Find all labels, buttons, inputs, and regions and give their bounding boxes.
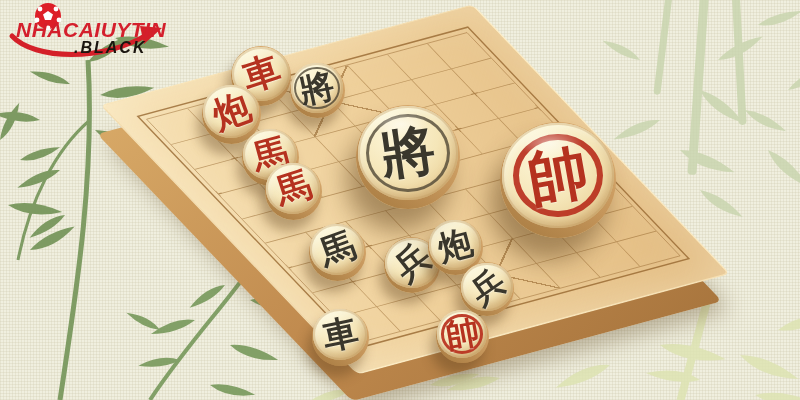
- pieces-layer: 車將炮馬馬馬兵炮兵車帥將帥: [0, 0, 800, 400]
- piece-red-general-large[interactable]: 帥: [500, 122, 616, 238]
- piece-face: 馬: [266, 163, 321, 214]
- piece-black-horse[interactable]: 馬: [309, 224, 366, 281]
- piece-face: 帥: [437, 310, 488, 358]
- piece-black-general[interactable]: 將: [290, 63, 345, 118]
- piece-character: 馬: [315, 227, 360, 272]
- piece-black-general-large[interactable]: 將: [356, 105, 460, 209]
- site-domain: .BLACK: [74, 39, 146, 57]
- piece-character: 將: [378, 122, 439, 183]
- banner-stage: 車將炮馬馬馬兵炮兵車帥將帥 NHACAIUYTIN .BLACK: [0, 0, 800, 400]
- piece-face: 馬: [310, 224, 365, 275]
- piece-character: 馬: [271, 167, 315, 211]
- piece-face: 兵: [461, 263, 513, 312]
- piece-character: 帥: [443, 315, 481, 353]
- piece-character: 將: [297, 68, 337, 108]
- piece-red-horse-2[interactable]: 馬: [265, 163, 322, 220]
- site-logo[interactable]: NHACAIUYTIN .BLACK: [4, 2, 184, 60]
- piece-character: 兵: [464, 264, 510, 310]
- piece-face: 炮: [429, 220, 482, 270]
- piece-character: 炮: [207, 88, 254, 135]
- piece-character: 炮: [434, 224, 476, 266]
- piece-black-chariot[interactable]: 車: [312, 309, 369, 366]
- piece-face: 炮: [203, 85, 260, 138]
- piece-face: 帥: [502, 123, 613, 227]
- piece-character: 帥: [523, 141, 593, 211]
- piece-face: 將: [291, 63, 344, 113]
- piece-character: 車: [319, 314, 361, 356]
- piece-black-soldier-2[interactable]: 兵: [460, 262, 514, 316]
- piece-red-general[interactable]: 帥: [436, 310, 489, 363]
- piece-face: 車: [313, 309, 368, 360]
- piece-face: 將: [358, 106, 458, 200]
